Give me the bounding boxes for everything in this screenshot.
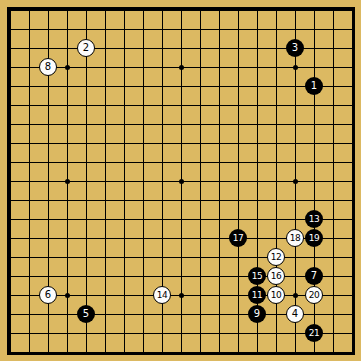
stone-black-15: 15 xyxy=(248,267,266,285)
stone-black-5: 5 xyxy=(77,305,95,323)
stone-white-14: 14 xyxy=(153,286,171,304)
stone-black-7: 7 xyxy=(305,267,323,285)
stone-white-10: 10 xyxy=(267,286,285,304)
stone-black-3: 3 xyxy=(286,39,304,57)
stone-white-18: 18 xyxy=(286,229,304,247)
stone-white-6: 6 xyxy=(39,286,57,304)
stone-black-21: 21 xyxy=(305,324,323,342)
stone-black-9: 9 xyxy=(248,305,266,323)
stone-white-16: 16 xyxy=(267,267,285,285)
stone-black-19: 19 xyxy=(305,229,323,247)
stone-white-4: 4 xyxy=(286,305,304,323)
stone-black-1: 1 xyxy=(305,77,323,95)
stone-black-11: 11 xyxy=(248,286,266,304)
stone-white-12: 12 xyxy=(267,248,285,266)
stone-white-8: 8 xyxy=(39,58,57,76)
stone-white-20: 20 xyxy=(305,286,323,304)
go-board: 123456789101112131415161718192021 xyxy=(0,0,361,361)
stone-black-17: 17 xyxy=(229,229,247,247)
stone-white-2: 2 xyxy=(77,39,95,57)
stone-black-13: 13 xyxy=(305,210,323,228)
stones-layer: 123456789101112131415161718192021 xyxy=(1,1,361,361)
